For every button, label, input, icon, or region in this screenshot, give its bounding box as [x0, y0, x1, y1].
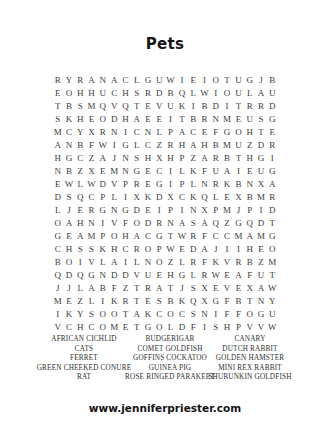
grid-cell-r4-c3: H [75, 112, 86, 125]
grid-cell-r10-c3: Q [75, 190, 86, 203]
grid-cell-r12-c19: D [255, 216, 266, 229]
grid-cell-r10-c8: X [131, 190, 142, 203]
grid-cell-r17-c20: W [267, 281, 278, 294]
grid-cell-r20-c8: T [131, 320, 142, 333]
grid-cell-r6-c6: I [108, 138, 119, 151]
word-item: CATS [37, 345, 132, 355]
grid-cell-r2-c13: L [188, 86, 199, 99]
word-search-grid: RYRANACLGUWIEIOTUGJBEOHHUCHSRDBQLWIOULAU… [52, 73, 278, 333]
grid-cell-r18-c18: T [244, 294, 255, 307]
grid-cell-r9-c9: E [142, 177, 153, 190]
grid-cell-r15-c14: F [199, 255, 210, 268]
grid-cell-r17-c8: T [131, 281, 142, 294]
grid-cell-r19-c4: S [86, 307, 97, 320]
grid-cell-r8-c10: C [154, 164, 165, 177]
word-item: AFRICAN CICHLID [37, 335, 132, 345]
grid-cell-r4-c10: E [154, 112, 165, 125]
grid-cell-r19-c10: C [154, 307, 165, 320]
word-item: GREEN CHEEKED CONURE [37, 364, 132, 374]
grid-cell-r10-c9: K [142, 190, 153, 203]
grid-cell-r2-c11: B [165, 86, 176, 99]
grid-cell-r12-c15: Q [210, 216, 221, 229]
grid-cell-r18-c9: E [142, 294, 153, 307]
grid-cell-r16-c18: F [244, 268, 255, 281]
grid-cell-r19-c5: O [97, 307, 108, 320]
grid-cell-r6-c2: N [63, 138, 74, 151]
grid-cell-r12-c3: H [75, 216, 86, 229]
grid-cell-r11-c7: G [120, 203, 131, 216]
grid-cell-r14-c3: S [75, 242, 86, 255]
grid-cell-r5-c13: C [188, 125, 199, 138]
grid-cell-r3-c18: R [244, 99, 255, 112]
grid-cell-r16-c17: A [233, 268, 244, 281]
grid-cell-r18-c13: Q [188, 294, 199, 307]
grid-cell-r9-c19: X [255, 177, 266, 190]
grid-cell-r11-c8: D [131, 203, 142, 216]
grid-cell-r13-c8: A [131, 229, 142, 242]
grid-cell-r20-c4: C [86, 320, 97, 333]
grid-cell-r5-c16: G [221, 125, 232, 138]
grid-cell-r2-c6: C [108, 86, 119, 99]
grid-cell-r13-c15: C [210, 229, 221, 242]
grid-cell-r9-c12: P [176, 177, 187, 190]
grid-cell-r14-c10: P [154, 242, 165, 255]
grid-cell-r2-c8: S [131, 86, 142, 99]
grid-cell-r14-c8: R [131, 242, 142, 255]
grid-cell-r17-c9: R [142, 281, 153, 294]
grid-cell-r3-c19: R [255, 99, 266, 112]
grid-cell-r13-c3: A [75, 229, 86, 242]
grid-cell-r2-c1: E [52, 86, 63, 99]
grid-cell-r12-c2: A [63, 216, 74, 229]
grid-cell-r3-c17: T [233, 99, 244, 112]
grid-cell-r7-c15: R [210, 151, 221, 164]
word-item: DUTCH RABBIT [208, 345, 291, 355]
grid-cell-r6-c4: F [86, 138, 97, 151]
grid-cell-r12-c4: N [86, 216, 97, 229]
grid-cell-r18-c8: T [131, 294, 142, 307]
grid-cell-r19-c2: K [63, 307, 74, 320]
grid-cell-r6-c10: Z [154, 138, 165, 151]
grid-cell-r15-c10: O [154, 255, 165, 268]
grid-cell-r14-c16: I [221, 242, 232, 255]
grid-cell-r6-c8: L [131, 138, 142, 151]
grid-cell-r4-c13: B [188, 112, 199, 125]
grid-cell-r3-c10: V [154, 99, 165, 112]
grid-cell-r3-c15: D [210, 99, 221, 112]
grid-cell-r2-c4: H [86, 86, 97, 99]
grid-cell-r16-c6: D [108, 268, 119, 281]
grid-cell-r13-c6: O [108, 229, 119, 242]
grid-cell-r8-c18: E [244, 164, 255, 177]
grid-cell-r4-c12: T [176, 112, 187, 125]
grid-cell-r15-c1: B [52, 255, 63, 268]
grid-cell-r20-c11: L [165, 320, 176, 333]
grid-cell-r16-c8: V [131, 268, 142, 281]
grid-cell-r17-c16: V [221, 281, 232, 294]
grid-cell-r15-c5: L [97, 255, 108, 268]
grid-cell-r15-c13: R [188, 255, 199, 268]
grid-cell-r16-c4: G [86, 268, 97, 281]
grid-cell-r7-c14: A [199, 151, 210, 164]
grid-cell-r12-c6: V [108, 216, 119, 229]
grid-cell-r15-c2: O [63, 255, 74, 268]
grid-cell-r14-c9: O [142, 242, 153, 255]
grid-cell-r6-c7: G [120, 138, 131, 151]
grid-cell-r6-c13: A [188, 138, 199, 151]
grid-cell-r13-c17: M [233, 229, 244, 242]
grid-cell-r8-c16: A [221, 164, 232, 177]
grid-cell-r8-c3: Z [75, 164, 86, 177]
grid-cell-r9-c8: R [131, 177, 142, 190]
grid-cell-r14-c5: K [97, 242, 108, 255]
grid-cell-r19-c19: G [255, 307, 266, 320]
grid-cell-r9-c10: G [154, 177, 165, 190]
word-item: MINI REX RABBIT [208, 364, 291, 374]
grid-cell-r6-c14: H [199, 138, 210, 151]
grid-cell-r10-c12: C [176, 190, 187, 203]
grid-cell-r9-c20: A [267, 177, 278, 190]
word-item: ROSE RINGED PARAKEET [125, 373, 215, 383]
word-item: CANARY [208, 335, 291, 345]
grid-cell-r2-c9: R [142, 86, 153, 99]
grid-cell-r10-c14: Q [199, 190, 210, 203]
grid-cell-r16-c15: W [210, 268, 221, 281]
grid-cell-r6-c11: R [165, 138, 176, 151]
grid-cell-r16-c5: N [97, 268, 108, 281]
grid-cell-r3-c14: B [199, 99, 210, 112]
grid-cell-r13-c12: W [176, 229, 187, 242]
grid-cell-r13-c13: R [188, 229, 199, 242]
grid-cell-r17-c2: J [63, 281, 74, 294]
grid-cell-r17-c11: T [165, 281, 176, 294]
grid-cell-r8-c1: N [52, 164, 63, 177]
grid-cell-r10-c16: E [221, 190, 232, 203]
grid-cell-r8-c12: L [176, 164, 187, 177]
grid-cell-r9-c5: D [97, 177, 108, 190]
grid-cell-r7-c20: I [267, 151, 278, 164]
grid-cell-r2-c17: U [233, 86, 244, 99]
grid-cell-r5-c17: O [233, 125, 244, 138]
grid-cell-r17-c17: E [233, 281, 244, 294]
grid-cell-r10-c19: M [255, 190, 266, 203]
grid-cell-r1-c12: I [176, 73, 187, 86]
grid-cell-r19-c13: S [188, 307, 199, 320]
grid-cell-r11-c19: I [255, 203, 266, 216]
grid-cell-r2-c3: H [75, 86, 86, 99]
grid-cell-r9-c7: P [120, 177, 131, 190]
grid-cell-r5-c20: E [267, 125, 278, 138]
grid-cell-r18-c12: K [176, 294, 187, 307]
grid-cell-r6-c12: H [176, 138, 187, 151]
grid-cell-r16-c2: D [63, 268, 74, 281]
grid-cell-r3-c6: V [108, 99, 119, 112]
grid-cell-r17-c19: A [255, 281, 266, 294]
grid-cell-r20-c20: W [267, 320, 278, 333]
grid-cell-r7-c2: G [63, 151, 74, 164]
grid-cell-r1-c2: Y [63, 73, 74, 86]
grid-cell-r7-c8: S [131, 151, 142, 164]
grid-cell-r11-c2: J [63, 203, 74, 216]
grid-cell-r20-c5: O [97, 320, 108, 333]
grid-cell-r6-c19: D [255, 138, 266, 151]
grid-cell-r13-c1: G [52, 229, 63, 242]
grid-cell-r18-c6: K [108, 294, 119, 307]
grid-cell-r20-c14: I [199, 320, 210, 333]
word-item: GOFFINS COCKATOO [125, 354, 215, 364]
grid-cell-r8-c11: I [165, 164, 176, 177]
grid-cell-r14-c12: E [176, 242, 187, 255]
grid-cell-r14-c2: H [63, 242, 74, 255]
grid-cell-r12-c12: A [176, 216, 187, 229]
grid-cell-r17-c10: A [154, 281, 165, 294]
grid-cell-r2-c7: H [120, 86, 131, 99]
grid-cell-r2-c12: Q [176, 86, 187, 99]
grid-cell-r9-c6: V [108, 177, 119, 190]
grid-cell-r11-c14: X [199, 203, 210, 216]
grid-cell-r12-c11: N [165, 216, 176, 229]
word-list-column-3: CANARYDUTCH RABBITGOLDEN HAMSTERMINI REX… [208, 335, 291, 383]
grid-cell-r3-c3: S [75, 99, 86, 112]
grid-cell-r19-c1: I [52, 307, 63, 320]
grid-cell-r10-c6: L [108, 190, 119, 203]
grid-cell-r11-c10: I [154, 203, 165, 216]
grid-cell-r3-c7: Q [120, 99, 131, 112]
grid-cell-r7-c12: P [176, 151, 187, 164]
grid-cell-r1-c5: N [97, 73, 108, 86]
grid-cell-r12-c18: Q [244, 216, 255, 229]
grid-cell-r11-c15: P [210, 203, 221, 216]
grid-cell-r7-c17: T [233, 151, 244, 164]
grid-cell-r10-c2: S [63, 190, 74, 203]
grid-cell-r19-c3: Y [75, 307, 86, 320]
grid-cell-r16-c11: H [165, 268, 176, 281]
grid-cell-r4-c4: E [86, 112, 97, 125]
grid-cell-r14-c7: C [120, 242, 131, 255]
grid-cell-r12-c8: O [131, 216, 142, 229]
grid-cell-r18-c14: X [199, 294, 210, 307]
grid-cell-r3-c11: U [165, 99, 176, 112]
grid-cell-r5-c1: M [52, 125, 63, 138]
grid-cell-r12-c10: R [154, 216, 165, 229]
grid-cell-r6-c18: Z [244, 138, 255, 151]
grid-cell-r1-c6: A [108, 73, 119, 86]
grid-cell-r8-c5: E [97, 164, 108, 177]
grid-cell-r6-c20: R [267, 138, 278, 151]
grid-cell-r20-c6: M [108, 320, 119, 333]
grid-cell-r1-c16: T [221, 73, 232, 86]
grid-cell-r20-c1: V [52, 320, 63, 333]
grid-cell-r6-c9: C [142, 138, 153, 151]
grid-cell-r2-c2: O [63, 86, 74, 99]
grid-cell-r19-c7: T [120, 307, 131, 320]
grid-cell-r8-c8: G [131, 164, 142, 177]
grid-cell-r3-c16: I [221, 99, 232, 112]
grid-cell-r2-c15: I [210, 86, 221, 99]
grid-cell-r10-c5: P [97, 190, 108, 203]
grid-cell-r18-c20: Y [267, 294, 278, 307]
grid-cell-r18-c11: B [165, 294, 176, 307]
grid-cell-r19-c9: K [142, 307, 153, 320]
grid-cell-r10-c13: K [188, 190, 199, 203]
grid-cell-r12-c7: F [120, 216, 131, 229]
grid-cell-r13-c2: E [63, 229, 74, 242]
grid-cell-r18-c19: N [255, 294, 266, 307]
grid-cell-r11-c20: D [267, 203, 278, 216]
puzzle-title: Pets [0, 37, 330, 52]
grid-cell-r2-c20: U [267, 86, 278, 99]
grid-cell-r2-c10: D [154, 86, 165, 99]
grid-cell-r11-c13: N [188, 203, 199, 216]
grid-cell-r4-c2: K [63, 112, 74, 125]
grid-cell-r7-c18: H [244, 151, 255, 164]
word-item: GOLDEN HAMSTER [208, 354, 291, 364]
grid-cell-r18-c1: M [52, 294, 63, 307]
grid-cell-r11-c9: E [142, 203, 153, 216]
grid-cell-r6-c17: U [233, 138, 244, 151]
grid-cell-r13-c20: G [267, 229, 278, 242]
grid-cell-r4-c17: E [233, 112, 244, 125]
grid-cell-r13-c11: T [165, 229, 176, 242]
grid-cell-r9-c16: K [221, 177, 232, 190]
grid-cell-r9-c1: E [52, 177, 63, 190]
grid-cell-r4-c6: D [108, 112, 119, 125]
grid-cell-r10-c1: D [52, 190, 63, 203]
grid-cell-r19-c15: I [210, 307, 221, 320]
grid-cell-r5-c3: Y [75, 125, 86, 138]
grid-cell-r8-c13: K [188, 164, 199, 177]
grid-cell-r3-c5: Q [97, 99, 108, 112]
grid-cell-r14-c15: J [210, 242, 221, 255]
word-search-worksheet: Pets RYRANACLGUWIEIOTUGJBEOHHUCHSRDBQLWI… [0, 0, 330, 427]
grid-cell-r17-c3: L [75, 281, 86, 294]
grid-cell-r18-c7: R [120, 294, 131, 307]
grid-cell-r13-c18: A [244, 229, 255, 242]
grid-cell-r18-c17: B [233, 294, 244, 307]
grid-cell-r7-c7: N [120, 151, 131, 164]
grid-cell-r4-c8: A [131, 112, 142, 125]
grid-cell-r4-c7: H [120, 112, 131, 125]
grid-cell-r20-c3: H [75, 320, 86, 333]
grid-cell-r15-c9: N [142, 255, 153, 268]
grid-cell-r18-c2: E [63, 294, 74, 307]
grid-cell-r11-c6: N [108, 203, 119, 216]
grid-cell-r15-c12: L [176, 255, 187, 268]
grid-cell-r4-c16: M [221, 112, 232, 125]
grid-cell-r9-c17: B [233, 177, 244, 190]
grid-cell-r11-c4: R [86, 203, 97, 216]
grid-cell-r8-c20: G [267, 164, 278, 177]
grid-cell-r5-c9: N [142, 125, 153, 138]
grid-cell-r2-c14: W [199, 86, 210, 99]
grid-cell-r12-c9: D [142, 216, 153, 229]
grid-cell-r19-c18: O [244, 307, 255, 320]
grid-cell-r9-c18: N [244, 177, 255, 190]
grid-cell-r5-c11: P [165, 125, 176, 138]
grid-cell-r6-c1: A [52, 138, 63, 151]
grid-cell-r19-c8: A [131, 307, 142, 320]
grid-cell-r16-c1: Q [52, 268, 63, 281]
grid-cell-r8-c19: U [255, 164, 266, 177]
grid-cell-r2-c18: L [244, 86, 255, 99]
grid-cell-r11-c5: G [97, 203, 108, 216]
grid-cell-r1-c1: R [52, 73, 63, 86]
word-list-column-1: AFRICAN CICHLIDCATSFERRETGREEN CHEEKED C… [37, 335, 132, 383]
grid-cell-r15-c19: Z [255, 255, 266, 268]
word-item: SHUBUNKIN GOLDFISH [208, 373, 291, 383]
grid-cell-r5-c4: X [86, 125, 97, 138]
grid-cell-r19-c6: O [108, 307, 119, 320]
grid-cell-r10-c4: C [86, 190, 97, 203]
grid-cell-r6-c3: B [75, 138, 86, 151]
grid-cell-r18-c4: L [86, 294, 97, 307]
grid-cell-r5-c15: F [210, 125, 221, 138]
grid-cell-r17-c13: S [188, 281, 199, 294]
grid-cell-r20-c19: V [255, 320, 266, 333]
grid-cell-r14-c4: S [86, 242, 97, 255]
word-item: GUINEA PIG [125, 364, 215, 374]
grid-cell-r9-c15: R [210, 177, 221, 190]
grid-cell-r10-c17: X [233, 190, 244, 203]
grid-cell-r5-c18: H [244, 125, 255, 138]
grid-cell-r15-c3: I [75, 255, 86, 268]
word-item: FERRET [37, 354, 132, 364]
grid-cell-r20-c10: O [154, 320, 165, 333]
grid-cell-r5-c5: R [97, 125, 108, 138]
grid-cell-r4-c20: G [267, 112, 278, 125]
grid-cell-r10-c10: D [154, 190, 165, 203]
grid-cell-r15-c4: V [86, 255, 97, 268]
grid-cell-r17-c7: Z [120, 281, 131, 294]
grid-cell-r13-c10: G [154, 229, 165, 242]
grid-cell-r5-c6: N [108, 125, 119, 138]
grid-cell-r4-c5: O [97, 112, 108, 125]
grid-cell-r12-c17: G [233, 216, 244, 229]
grid-cell-r9-c11: I [165, 177, 176, 190]
grid-cell-r15-c15: K [210, 255, 221, 268]
grid-cell-r17-c14: X [199, 281, 210, 294]
grid-cell-r14-c1: C [52, 242, 63, 255]
grid-cell-r20-c17: P [233, 320, 244, 333]
grid-cell-r7-c11: H [165, 151, 176, 164]
grid-cell-r3-c8: T [131, 99, 142, 112]
grid-cell-r7-c3: C [75, 151, 86, 164]
grid-cell-r18-c16: F [221, 294, 232, 307]
grid-cell-r1-c3: R [75, 73, 86, 86]
grid-cell-r4-c14: R [199, 112, 210, 125]
grid-cell-r8-c2: B [63, 164, 74, 177]
grid-cell-r17-c4: A [86, 281, 97, 294]
grid-cell-r9-c13: L [188, 177, 199, 190]
grid-cell-r8-c6: M [108, 164, 119, 177]
grid-cell-r9-c4: W [86, 177, 97, 190]
grid-cell-r14-c19: E [255, 242, 266, 255]
grid-cell-r8-c17: I [233, 164, 244, 177]
grid-cell-r11-c12: I [176, 203, 187, 216]
grid-cell-r5-c14: E [199, 125, 210, 138]
grid-cell-r5-c10: L [154, 125, 165, 138]
grid-cell-r11-c11: P [165, 203, 176, 216]
grid-cell-r9-c3: L [75, 177, 86, 190]
grid-cell-r15-c16: V [221, 255, 232, 268]
grid-cell-r12-c5: I [97, 216, 108, 229]
grid-cell-r18-c10: S [154, 294, 165, 307]
grid-cell-r11-c1: L [52, 203, 63, 216]
grid-cell-r9-c2: W [63, 177, 74, 190]
grid-cell-r8-c4: X [86, 164, 97, 177]
grid-cell-r16-c7: D [120, 268, 131, 281]
grid-cell-r4-c11: I [165, 112, 176, 125]
